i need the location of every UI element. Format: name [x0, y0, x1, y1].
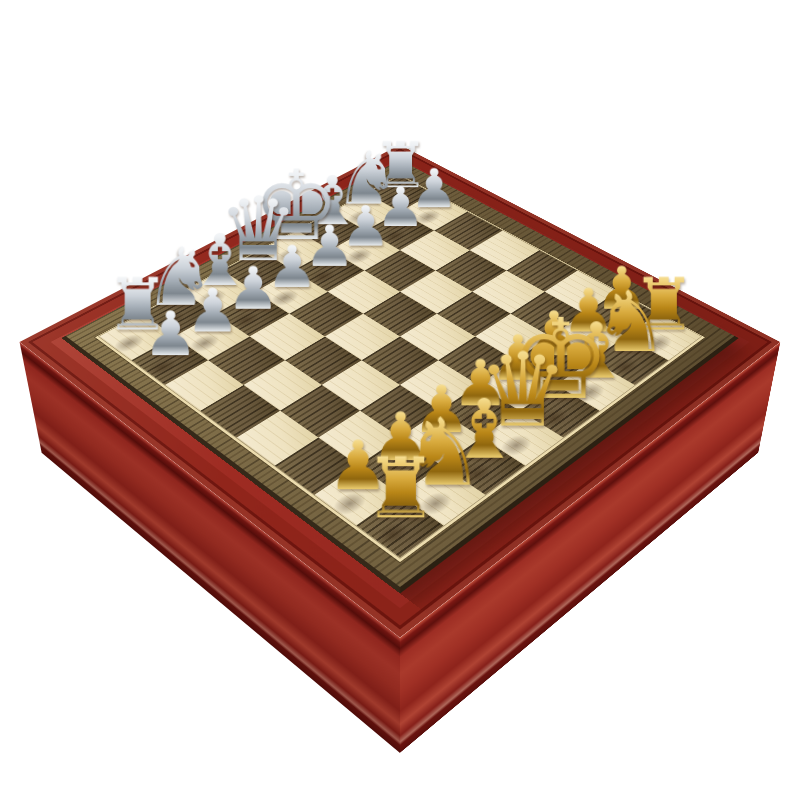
piece-black-pawn-a7[interactable]: ♟	[109, 303, 232, 364]
piece-white-rook-a1[interactable]: ♜	[330, 446, 470, 530]
scene: ♜♞♝♛♚♝♞♜♟♟♟♟♟♟♟♟♟♟♟♟♟♟♟♟♜♞♝♛♚♝♞♜	[0, 0, 800, 800]
chess-chest: ♜♞♝♛♚♝♞♜♟♟♟♟♟♟♟♟♟♟♟♟♟♟♟♟♜♞♝♛♚♝♞♜	[20, 145, 781, 638]
